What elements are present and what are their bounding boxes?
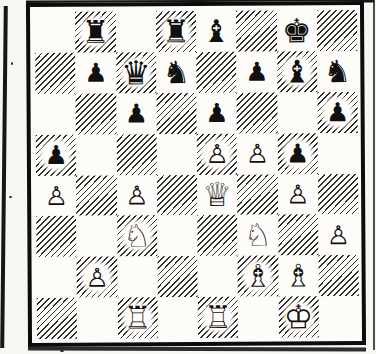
- square-b1[interactable]: [77, 298, 117, 339]
- square-g6[interactable]: [277, 92, 317, 133]
- square-e5[interactable]: ♙: [197, 133, 237, 174]
- square-h2[interactable]: [318, 255, 358, 296]
- square-c6[interactable]: ♟: [116, 93, 156, 134]
- square-g7[interactable]: ♝: [277, 51, 317, 92]
- piece-black-knight-d7: ♞: [158, 54, 194, 91]
- square-e3[interactable]: [197, 215, 237, 256]
- piece-black-pawn-b7: ♟: [78, 54, 114, 91]
- piece-black-pawn-h6: ♟: [319, 94, 355, 131]
- square-f2[interactable]: ♗: [238, 256, 278, 297]
- scan-speckle: [11, 62, 13, 65]
- square-d5[interactable]: [157, 134, 197, 175]
- piece-white-pawn-f5: ♙: [239, 135, 275, 172]
- chess-board: ♜♜♝♚♟♛♞♟♝♞♟♟♟♟♙♙♟♙♙♕♙♘♘♙♙♗♗♖♖♔: [35, 10, 359, 339]
- square-f6[interactable]: [237, 92, 277, 133]
- piece-white-pawn-g4: ♙: [280, 176, 316, 213]
- piece-black-knight-h7: ♞: [319, 53, 355, 90]
- square-e7[interactable]: [196, 52, 236, 93]
- square-b5[interactable]: [76, 134, 116, 175]
- square-c2[interactable]: [117, 256, 157, 297]
- scan-edge-line-right: [373, 0, 375, 350]
- square-c7[interactable]: ♛: [116, 52, 156, 93]
- square-d1[interactable]: [158, 297, 198, 338]
- piece-white-knight-f3: ♘: [240, 217, 276, 254]
- piece-white-bishop-g2: ♗: [280, 257, 316, 294]
- square-c3[interactable]: ♘: [117, 216, 157, 257]
- square-a2[interactable]: [37, 257, 77, 298]
- square-h8[interactable]: [317, 10, 357, 51]
- scan-edge-line-left: [0, 6, 8, 348]
- piece-white-pawn-b2: ♙: [79, 259, 115, 296]
- square-d4[interactable]: [157, 174, 197, 215]
- square-g2[interactable]: ♗: [278, 256, 318, 297]
- square-f7[interactable]: ♟: [237, 51, 277, 92]
- piece-white-rook-e1: ♖: [200, 299, 236, 336]
- piece-black-king-g8: ♚: [279, 12, 315, 49]
- square-c5[interactable]: [116, 134, 156, 175]
- square-d2[interactable]: [157, 256, 197, 297]
- square-b3[interactable]: [77, 216, 117, 257]
- scan-edge-line-bottom: [28, 346, 366, 351]
- piece-white-rook-c1: ♖: [119, 299, 155, 336]
- piece-white-knight-c3: ♘: [119, 218, 155, 255]
- square-d8[interactable]: ♜: [156, 11, 196, 52]
- square-a6[interactable]: [36, 93, 76, 134]
- square-e1[interactable]: ♖: [198, 297, 238, 338]
- square-b2[interactable]: ♙: [77, 257, 117, 298]
- piece-black-pawn-a5: ♟: [38, 136, 74, 173]
- square-b7[interactable]: ♟: [76, 52, 116, 93]
- square-a3[interactable]: [36, 216, 76, 257]
- chess-board-frame: ♜♜♝♚♟♛♞♟♝♞♟♟♟♟♙♙♟♙♙♕♙♘♘♙♙♗♗♖♖♔: [26, 1, 366, 347]
- square-g8[interactable]: ♚: [277, 10, 317, 51]
- square-a5[interactable]: ♟: [36, 134, 76, 175]
- square-g1[interactable]: ♔: [278, 296, 318, 337]
- square-g3[interactable]: [278, 215, 318, 256]
- piece-white-king-g1: ♔: [280, 298, 316, 335]
- square-e2[interactable]: [198, 256, 238, 297]
- piece-black-queen-c7: ♛: [118, 54, 154, 91]
- square-d6[interactable]: [156, 93, 196, 134]
- square-a1[interactable]: [37, 298, 77, 339]
- square-d3[interactable]: [157, 215, 197, 256]
- piece-black-pawn-e6: ♟: [199, 94, 235, 131]
- square-a4[interactable]: ♙: [36, 175, 76, 216]
- square-b8[interactable]: ♜: [75, 11, 115, 52]
- square-f8[interactable]: [236, 11, 276, 52]
- square-h6[interactable]: ♟: [317, 92, 357, 133]
- square-b4[interactable]: [76, 175, 116, 216]
- piece-white-bishop-f2: ♗: [240, 258, 276, 295]
- square-a8[interactable]: [35, 12, 75, 53]
- piece-black-rook-b8: ♜: [77, 13, 113, 50]
- square-e6[interactable]: ♟: [197, 92, 237, 133]
- square-f3[interactable]: ♘: [238, 215, 278, 256]
- square-b6[interactable]: [76, 93, 116, 134]
- piece-black-pawn-c6: ♟: [118, 95, 154, 132]
- square-c1[interactable]: ♖: [117, 297, 157, 338]
- scanned-newspaper-page: ♜♜♝♚♟♛♞♟♝♞♟♟♟♟♙♙♟♙♙♕♙♘♘♙♙♗♗♖♖♔: [0, 0, 376, 354]
- square-h1[interactable]: [318, 296, 358, 337]
- square-g4[interactable]: ♙: [278, 174, 318, 215]
- piece-white-pawn-h3: ♙: [320, 216, 356, 253]
- square-f4[interactable]: [237, 174, 277, 215]
- square-f1[interactable]: [238, 297, 278, 338]
- square-h7[interactable]: ♞: [317, 51, 357, 92]
- square-e4[interactable]: ♕: [197, 174, 237, 215]
- piece-black-bishop-e8: ♝: [198, 13, 234, 50]
- scan-speckle: [9, 196, 12, 198]
- square-e8[interactable]: ♝: [196, 11, 236, 52]
- square-h3[interactable]: ♙: [318, 214, 358, 255]
- square-h4[interactable]: [318, 174, 358, 215]
- square-h5[interactable]: [318, 133, 358, 174]
- piece-black-rook-d8: ♜: [158, 13, 194, 50]
- piece-white-pawn-c4: ♙: [119, 177, 155, 214]
- scan-speckle: [60, 350, 64, 352]
- piece-black-bishop-g7: ♝: [279, 53, 315, 90]
- piece-black-pawn-g5: ♟: [279, 135, 315, 172]
- piece-white-pawn-e5: ♙: [199, 135, 235, 172]
- piece-white-pawn-a4: ♙: [38, 177, 74, 214]
- square-f5[interactable]: ♙: [237, 133, 277, 174]
- square-g5[interactable]: ♟: [277, 133, 317, 174]
- square-c4[interactable]: ♙: [117, 175, 157, 216]
- square-d7[interactable]: ♞: [156, 52, 196, 93]
- square-a7[interactable]: [35, 53, 75, 94]
- piece-white-queen-e4: ♕: [199, 176, 235, 213]
- square-c8[interactable]: [116, 11, 156, 52]
- piece-black-pawn-f7: ♟: [239, 53, 275, 90]
